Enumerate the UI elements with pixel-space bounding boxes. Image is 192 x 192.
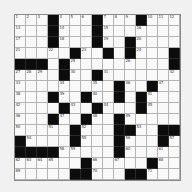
cell-r12c4[interactable]: 58 <box>59 147 70 158</box>
cell-r8c5[interactable]: 43 <box>70 103 81 114</box>
clue-number: 43 <box>71 103 76 107</box>
clue-number: 27 <box>16 70 21 74</box>
black-cell-r12c2 <box>37 147 48 158</box>
cell-r5c6[interactable] <box>81 70 92 81</box>
cell-r4c7[interactable] <box>92 59 103 70</box>
black-cell-r0c7 <box>92 15 103 26</box>
cell-r1c4[interactable]: 14 <box>59 26 70 37</box>
cell-r1c2[interactable] <box>37 26 48 37</box>
cell-r6c13[interactable]: 37 <box>158 81 169 92</box>
cell-r5c9[interactable] <box>114 70 125 81</box>
cell-r9c11[interactable] <box>136 114 147 125</box>
black-cell-r1c7 <box>92 26 103 37</box>
clue-number: 5 <box>71 15 73 19</box>
black-cell-r5c7 <box>92 70 103 81</box>
cell-r4c9[interactable] <box>114 59 125 70</box>
cell-r4c13[interactable] <box>158 59 169 70</box>
black-cell-r4c0 <box>15 59 26 70</box>
black-cell-r2c10 <box>125 37 136 48</box>
black-cell-r14c10 <box>125 169 136 180</box>
cell-r9c5[interactable] <box>70 114 81 125</box>
cell-r14c9[interactable] <box>114 169 125 180</box>
cell-r0c12[interactable]: 10 <box>147 15 158 26</box>
cell-r10c8[interactable] <box>103 125 114 136</box>
clue-number: 3 <box>38 15 40 19</box>
cell-r12c12[interactable] <box>147 147 158 158</box>
cell-r11c6[interactable]: 55 <box>81 136 92 147</box>
cell-r4c8[interactable] <box>103 59 114 70</box>
cell-r14c13[interactable] <box>158 169 169 180</box>
clue-number: 56 <box>126 136 131 140</box>
cell-r7c8[interactable] <box>103 92 114 103</box>
clue-number: 44 <box>104 103 109 107</box>
black-cell-r3c5 <box>70 48 81 59</box>
cell-r8c14[interactable] <box>169 103 180 114</box>
cell-r1c14[interactable] <box>169 26 180 37</box>
cell-r8c10[interactable] <box>125 103 136 114</box>
clue-number: 12 <box>170 15 175 19</box>
cell-r7c14[interactable] <box>169 92 180 103</box>
clue-number: 37 <box>159 81 164 85</box>
cell-r11c7[interactable] <box>92 136 103 147</box>
cell-r8c12[interactable]: 45 <box>147 103 158 114</box>
cell-r6c4[interactable]: 34 <box>59 81 70 92</box>
cell-r3c12[interactable] <box>147 48 158 59</box>
cell-r8c9[interactable] <box>114 103 125 114</box>
clue-number: 58 <box>60 147 65 151</box>
cell-r5c13[interactable] <box>158 70 169 81</box>
cell-r10c3[interactable]: 51 <box>48 125 59 136</box>
black-cell-r9c9 <box>114 114 125 125</box>
cell-r0c5[interactable]: 5 <box>70 15 81 26</box>
cell-r9c8[interactable] <box>103 114 114 125</box>
black-cell-r14c6 <box>81 169 92 180</box>
cell-r12c10[interactable]: 60 <box>125 147 136 158</box>
clue-number: 35 <box>93 81 98 85</box>
cell-r11c8[interactable] <box>103 136 114 147</box>
cell-r1c9[interactable] <box>114 26 125 37</box>
clue-number: 19 <box>104 37 109 41</box>
cell-r2c1[interactable] <box>26 37 37 48</box>
cell-r8c1[interactable] <box>26 103 37 114</box>
clue-number: 31 <box>104 70 109 74</box>
clue-number: 61 <box>159 147 164 151</box>
cell-r7c2[interactable] <box>37 92 48 103</box>
black-cell-r4c4 <box>59 59 70 70</box>
cell-r0c6[interactable]: 6 <box>81 15 92 26</box>
cell-r13c7[interactable]: 66 <box>92 158 103 169</box>
clue-number: 42 <box>16 103 21 107</box>
cell-r14c4[interactable] <box>59 169 70 180</box>
cell-r0c8[interactable]: 7 <box>103 15 114 26</box>
clue-number: 46 <box>16 114 21 118</box>
clue-number: 11 <box>159 15 164 19</box>
cell-r3c0[interactable]: 21 <box>15 48 26 59</box>
cell-r14c7[interactable]: 70 <box>92 169 103 180</box>
cell-r13c0[interactable]: 62 <box>15 158 26 169</box>
black-cell-r8c11 <box>136 103 147 114</box>
cell-r3c6[interactable]: 23 <box>81 48 92 59</box>
cell-r7c5[interactable] <box>70 92 81 103</box>
black-cell-r10c5 <box>70 125 81 136</box>
cell-r14c2[interactable] <box>37 169 48 180</box>
clue-number: 22 <box>49 48 54 52</box>
clue-number: 54 <box>27 136 32 140</box>
cell-r14c14[interactable] <box>169 169 180 180</box>
cell-r10c4[interactable] <box>59 125 70 136</box>
black-cell-r10c9 <box>114 125 125 136</box>
cell-r11c12[interactable] <box>147 136 158 147</box>
cell-r2c4[interactable]: 18 <box>59 37 70 48</box>
cell-r12c13[interactable]: 61 <box>158 147 169 158</box>
black-cell-r12c3 <box>48 147 59 158</box>
black-cell-r11c5 <box>70 136 81 147</box>
clue-number: 14 <box>60 26 65 30</box>
cell-r4c11[interactable] <box>136 59 147 70</box>
cell-r12c8[interactable] <box>103 147 114 158</box>
cell-r8c0[interactable]: 42 <box>15 103 26 114</box>
cell-r4c3[interactable] <box>48 59 59 70</box>
clue-number: 13 <box>16 26 21 30</box>
cell-r12c7[interactable] <box>92 147 103 158</box>
cell-r1c13[interactable] <box>158 26 169 37</box>
cell-r4c12[interactable] <box>147 59 158 70</box>
black-cell-r10c10 <box>125 125 136 136</box>
cell-r7c0[interactable]: 38 <box>15 92 26 103</box>
cell-r9c2[interactable] <box>37 114 48 125</box>
black-cell-r13c6 <box>81 158 92 169</box>
cell-r13c13[interactable]: 68 <box>158 158 169 169</box>
cell-r13c1[interactable]: 63 <box>26 158 37 169</box>
clue-number: 67 <box>115 158 120 162</box>
cell-r6c2[interactable] <box>37 81 48 92</box>
clue-number: 53 <box>137 125 142 129</box>
cell-r4c5[interactable]: 25 <box>70 59 81 70</box>
clue-number: 70 <box>93 169 98 173</box>
cell-r1c11[interactable]: 16 <box>136 26 147 37</box>
clue-number: 40 <box>93 92 98 96</box>
clue-number: 23 <box>82 48 87 52</box>
clue-number: 36 <box>126 81 131 85</box>
clue-number: 49 <box>126 114 131 118</box>
black-cell-r3c10 <box>125 48 136 59</box>
clue-number: 55 <box>82 136 87 140</box>
clue-number: 45 <box>148 103 153 107</box>
clue-number: 32 <box>170 70 175 74</box>
black-cell-r0c3 <box>48 15 59 26</box>
clue-number: 1 <box>16 15 18 19</box>
black-cell-r1c3 <box>48 26 59 37</box>
cell-r1c10[interactable] <box>125 26 136 37</box>
crossword-grid: 1234567891011121314151617181920212223242… <box>14 14 181 181</box>
cell-r2c12[interactable] <box>147 37 158 48</box>
clue-number: 29 <box>38 70 43 74</box>
cell-r14c8[interactable] <box>103 169 114 180</box>
cell-r9c12[interactable] <box>147 114 158 125</box>
cell-r6c1[interactable] <box>26 81 37 92</box>
black-cell-r4c1 <box>26 59 37 70</box>
cell-r12c6[interactable] <box>81 147 92 158</box>
cell-r14c3[interactable] <box>48 169 59 180</box>
cell-r3c9[interactable] <box>114 48 125 59</box>
cell-r3c11[interactable]: 24 <box>136 48 147 59</box>
cell-r12c11[interactable] <box>136 147 147 158</box>
cell-r2c0[interactable]: 17 <box>15 37 26 48</box>
cell-r11c14[interactable]: 57 <box>169 136 180 147</box>
cell-r9c10[interactable]: 49 <box>125 114 136 125</box>
cell-r5c0[interactable]: 27 <box>15 70 26 81</box>
cell-r4c6[interactable] <box>81 59 92 70</box>
cell-r8c3[interactable] <box>48 103 59 114</box>
cell-r11c2[interactable] <box>37 136 48 147</box>
cell-r12c14[interactable] <box>169 147 180 158</box>
clue-number: 69 <box>16 169 21 173</box>
cell-r14c0[interactable]: 69 <box>15 169 26 180</box>
cell-r2c14[interactable] <box>169 37 180 48</box>
clue-number: 28 <box>27 70 32 74</box>
cell-r1c1[interactable] <box>26 26 37 37</box>
cell-r13c10[interactable] <box>125 158 136 169</box>
clue-number: 15 <box>104 26 109 30</box>
cell-r7c13[interactable] <box>158 92 169 103</box>
clue-number: 62 <box>16 158 21 162</box>
cell-r9c14[interactable] <box>169 114 180 125</box>
cell-r10c1[interactable] <box>26 125 37 136</box>
cell-r7c12[interactable]: 41 <box>147 92 158 103</box>
cell-r5c8[interactable]: 31 <box>103 70 114 81</box>
cell-r3c4[interactable] <box>59 48 70 59</box>
cell-r10c6[interactable]: 52 <box>81 125 92 136</box>
cell-r4c10[interactable]: 26 <box>125 59 136 70</box>
cell-r0c0[interactable]: 1 <box>15 15 26 26</box>
black-cell-r3c8 <box>103 48 114 59</box>
clue-number: 39 <box>60 92 65 96</box>
cell-r5c10[interactable] <box>125 70 136 81</box>
clue-number: 51 <box>49 125 54 129</box>
cell-r10c2[interactable] <box>37 125 48 136</box>
cell-r7c4[interactable]: 39 <box>59 92 70 103</box>
cell-r0c14[interactable]: 12 <box>169 15 180 26</box>
clue-number: 25 <box>71 59 76 63</box>
black-cell-r9c3 <box>48 114 59 125</box>
black-cell-r8c4 <box>59 103 70 114</box>
clue-number: 24 <box>137 48 142 52</box>
clue-number: 17 <box>16 37 21 41</box>
black-cell-r7c6 <box>81 92 92 103</box>
clue-number: 66 <box>93 158 98 162</box>
clue-number: 65 <box>49 158 54 162</box>
cell-r8c13[interactable] <box>158 103 169 114</box>
black-cell-r0c11 <box>136 15 147 26</box>
cell-r2c2[interactable] <box>37 37 48 48</box>
cell-r6c8[interactable] <box>103 81 114 92</box>
cell-r9c13[interactable] <box>158 114 169 125</box>
cell-r1c5[interactable] <box>70 26 81 37</box>
black-cell-r12c9 <box>114 147 125 158</box>
black-cell-r10c14 <box>169 125 180 136</box>
cell-r0c1[interactable]: 2 <box>26 15 37 26</box>
cell-r11c4[interactable] <box>59 136 70 147</box>
cell-r5c11[interactable] <box>136 70 147 81</box>
cell-r6c10[interactable]: 36 <box>125 81 136 92</box>
black-cell-r4c14 <box>169 59 180 70</box>
clue-number: 30 <box>71 70 76 74</box>
cell-r6c11[interactable] <box>136 81 147 92</box>
clue-number: 6 <box>82 15 84 19</box>
cell-r1c12[interactable] <box>147 26 158 37</box>
clue-number: 20 <box>137 37 142 41</box>
clue-number: 52 <box>82 125 87 129</box>
clue-number: 38 <box>16 92 21 96</box>
cell-r0c10[interactable]: 9 <box>125 15 136 26</box>
cell-r14c12[interactable]: 71 <box>147 169 158 180</box>
clue-number: 47 <box>60 114 65 118</box>
cell-r2c5[interactable] <box>70 37 81 48</box>
clue-number: 9 <box>126 15 128 19</box>
cell-r10c0[interactable]: 50 <box>15 125 26 136</box>
cell-r5c5[interactable]: 30 <box>70 70 81 81</box>
cell-r12c5[interactable]: 59 <box>70 147 81 158</box>
cell-r0c9[interactable]: 8 <box>114 15 125 26</box>
black-cell-r14c11 <box>136 169 147 180</box>
black-cell-r3c14 <box>169 48 180 59</box>
clue-number: 64 <box>38 158 43 162</box>
cell-r1c8[interactable]: 15 <box>103 26 114 37</box>
black-cell-r9c6 <box>81 114 92 125</box>
cell-r2c8[interactable]: 19 <box>103 37 114 48</box>
cell-r11c1[interactable]: 54 <box>26 136 37 147</box>
cell-r2c9[interactable] <box>114 37 125 48</box>
black-cell-r6c9 <box>114 81 125 92</box>
cell-r13c4[interactable] <box>59 158 70 169</box>
clue-number: 48 <box>93 114 98 118</box>
black-cell-r7c9 <box>114 92 125 103</box>
cell-r7c1[interactable] <box>26 92 37 103</box>
cell-r11c10[interactable]: 56 <box>125 136 136 147</box>
black-cell-r7c11 <box>136 92 147 103</box>
clue-number: 34 <box>60 81 65 85</box>
cell-r2c6[interactable] <box>81 37 92 48</box>
cell-r0c4[interactable]: 4 <box>59 15 70 26</box>
cell-r5c3[interactable] <box>48 70 59 81</box>
cell-r6c14[interactable] <box>169 81 180 92</box>
clue-number: 26 <box>126 59 131 63</box>
cell-r10c12[interactable] <box>147 125 158 136</box>
cell-r6c3[interactable] <box>48 81 59 92</box>
cell-r6c6[interactable] <box>81 81 92 92</box>
black-cell-r8c7 <box>92 103 103 114</box>
cell-r3c7[interactable] <box>92 48 103 59</box>
cell-r3c2[interactable] <box>37 48 48 59</box>
clue-number: 8 <box>115 15 117 19</box>
cell-r7c7[interactable]: 40 <box>92 92 103 103</box>
cell-r11c11[interactable] <box>136 136 147 147</box>
clue-number: 60 <box>126 147 131 151</box>
cell-r13c11[interactable] <box>136 158 147 169</box>
clue-number: 7 <box>104 15 106 19</box>
clue-number: 2 <box>27 15 29 19</box>
black-cell-r14c5 <box>70 169 81 180</box>
cell-r13c2[interactable]: 64 <box>37 158 48 169</box>
clue-number: 50 <box>16 125 21 129</box>
clue-number: 4 <box>60 15 62 19</box>
cell-r13c8[interactable] <box>103 158 114 169</box>
clue-number: 63 <box>27 158 32 162</box>
black-cell-r7c3 <box>48 92 59 103</box>
cell-r8c2[interactable] <box>37 103 48 114</box>
black-cell-r10c13 <box>158 125 169 136</box>
cell-r8c6[interactable] <box>81 103 92 114</box>
black-cell-r5c4 <box>59 70 70 81</box>
cell-r6c0[interactable]: 33 <box>15 81 26 92</box>
cell-r6c7[interactable]: 35 <box>92 81 103 92</box>
cell-r13c14[interactable] <box>169 158 180 169</box>
black-cell-r12c1 <box>26 147 37 158</box>
black-cell-r11c0 <box>15 136 26 147</box>
clue-number: 71 <box>148 169 153 173</box>
clue-number: 33 <box>16 81 21 85</box>
cell-r2c11[interactable]: 20 <box>136 37 147 48</box>
cell-r5c14[interactable]: 32 <box>169 70 180 81</box>
cell-r3c3[interactable]: 22 <box>48 48 59 59</box>
clue-number: 21 <box>16 48 21 52</box>
cell-r5c1[interactable]: 28 <box>26 70 37 81</box>
cell-r14c1[interactable] <box>26 169 37 180</box>
cell-r0c2[interactable]: 3 <box>37 15 48 26</box>
cell-r6c5[interactable] <box>70 81 81 92</box>
clue-number: 16 <box>137 26 142 30</box>
black-cell-r11c9 <box>114 136 125 147</box>
black-cell-r12c0 <box>15 147 26 158</box>
cell-r13c5[interactable] <box>70 158 81 169</box>
black-cell-r6c12 <box>147 81 158 92</box>
cell-r0c13[interactable]: 11 <box>158 15 169 26</box>
cell-r3c1[interactable] <box>26 48 37 59</box>
cell-r3c13[interactable] <box>158 48 169 59</box>
black-cell-r11c13 <box>158 136 169 147</box>
black-cell-r4c2 <box>37 59 48 70</box>
cell-r8c8[interactable]: 44 <box>103 103 114 114</box>
cell-r9c7[interactable]: 48 <box>92 114 103 125</box>
cell-r13c9[interactable]: 67 <box>114 158 125 169</box>
black-cell-r13c12 <box>147 158 158 169</box>
cell-r5c12[interactable] <box>147 70 158 81</box>
cell-r10c7[interactable] <box>92 125 103 136</box>
cell-r5c2[interactable]: 29 <box>37 70 48 81</box>
cell-r1c0[interactable]: 13 <box>15 26 26 37</box>
cell-r9c1[interactable] <box>26 114 37 125</box>
clue-number: 57 <box>170 136 175 140</box>
cell-r1c6[interactable] <box>81 26 92 37</box>
cell-r11c3[interactable] <box>48 136 59 147</box>
cell-r10c11[interactable]: 53 <box>136 125 147 136</box>
clue-number: 18 <box>60 37 65 41</box>
cell-r9c4[interactable]: 47 <box>59 114 70 125</box>
cell-r13c3[interactable]: 65 <box>48 158 59 169</box>
cell-r9c0[interactable]: 46 <box>15 114 26 125</box>
clue-number: 10 <box>148 15 153 19</box>
cell-r7c10[interactable] <box>125 92 136 103</box>
black-cell-r2c3 <box>48 37 59 48</box>
clue-number: 41 <box>148 92 153 96</box>
clue-number: 68 <box>159 158 164 162</box>
clue-number: 59 <box>71 147 76 151</box>
cell-r2c13[interactable] <box>158 37 169 48</box>
black-cell-r2c7 <box>92 37 103 48</box>
